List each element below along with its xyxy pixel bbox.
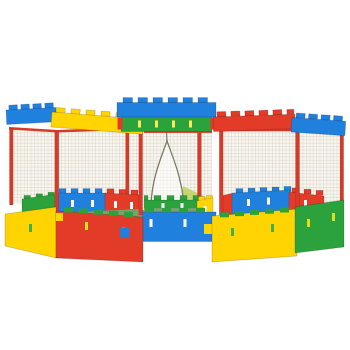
- base-panel-yellow-slot: [29, 224, 32, 232]
- rim-red-front-face: [213, 109, 296, 131]
- base-panel-red-front: [56, 211, 143, 262]
- rim-blue-row: [117, 98, 216, 117]
- interlock-tab: [204, 224, 213, 234]
- product-photo-castle-playpens: [0, 0, 350, 350]
- rim-blue-right-face: [291, 113, 346, 136]
- playpen-illustration: [0, 0, 350, 350]
- interlock-tab: [56, 213, 63, 221]
- base-panel-yellow-side: [5, 207, 56, 258]
- rim-blue-left-face: [6, 103, 57, 125]
- interlock-tab: [120, 228, 130, 238]
- rim-green-row: [121, 116, 212, 132]
- base-panel-red-slot: [85, 222, 88, 230]
- base-panel-green-side: [295, 200, 344, 253]
- right-playpen: [204, 109, 346, 262]
